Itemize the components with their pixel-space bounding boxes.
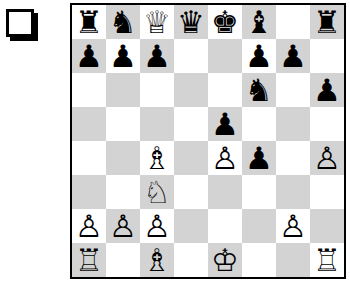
white-rook-piece: ♖ — [75, 243, 103, 277]
square-a6[interactable] — [72, 73, 106, 107]
square-a5[interactable] — [72, 107, 106, 141]
white-pawn-piece: ♙ — [211, 141, 239, 175]
square-f3[interactable] — [242, 175, 276, 209]
square-h8[interactable]: ♜ — [310, 5, 344, 39]
white-pawn-piece: ♙ — [143, 209, 171, 243]
square-g1[interactable] — [276, 243, 310, 277]
white-knight-piece: ♘ — [143, 175, 171, 209]
square-e4[interactable]: ♙ — [208, 141, 242, 175]
square-b3[interactable] — [106, 175, 140, 209]
square-b2[interactable]: ♙ — [106, 209, 140, 243]
square-f2[interactable] — [242, 209, 276, 243]
square-a3[interactable] — [72, 175, 106, 209]
square-d1[interactable] — [174, 243, 208, 277]
black-pawn-piece: ♟ — [211, 107, 239, 141]
square-e7[interactable] — [208, 39, 242, 73]
square-c6[interactable] — [140, 73, 174, 107]
square-h2[interactable] — [310, 209, 344, 243]
square-d3[interactable] — [174, 175, 208, 209]
square-b7[interactable]: ♟ — [106, 39, 140, 73]
black-pawn-piece: ♟ — [279, 39, 307, 73]
square-b8[interactable]: ♞ — [106, 5, 140, 39]
square-a7[interactable]: ♟ — [72, 39, 106, 73]
square-d2[interactable] — [174, 209, 208, 243]
square-e3[interactable] — [208, 175, 242, 209]
square-d5[interactable] — [174, 107, 208, 141]
square-f4[interactable]: ♟ — [242, 141, 276, 175]
square-d7[interactable] — [174, 39, 208, 73]
square-c2[interactable]: ♙ — [140, 209, 174, 243]
square-h6[interactable]: ♟ — [310, 73, 344, 107]
square-f7[interactable]: ♟ — [242, 39, 276, 73]
square-g5[interactable] — [276, 107, 310, 141]
square-g6[interactable] — [276, 73, 310, 107]
black-rook-piece: ♜ — [313, 5, 341, 39]
white-king-piece: ♔ — [211, 243, 239, 277]
white-pawn-piece: ♙ — [313, 141, 341, 175]
white-bishop-piece: ♗ — [143, 243, 171, 277]
white-pawn-piece: ♙ — [109, 209, 137, 243]
square-c7[interactable]: ♟ — [140, 39, 174, 73]
chess-diagram-page: ♜♞♕♛♚♝♜♟♟♟♟♟♞♟♟♗♙♟♙♘♙♙♙♙♖♗♔♖ — [0, 0, 350, 284]
square-b4[interactable] — [106, 141, 140, 175]
black-rook-piece: ♜ — [75, 5, 103, 39]
black-pawn-piece: ♟ — [75, 39, 103, 73]
white-rook-piece: ♖ — [313, 243, 341, 277]
black-pawn-piece: ♟ — [109, 39, 137, 73]
square-h5[interactable] — [310, 107, 344, 141]
square-c4[interactable]: ♗ — [140, 141, 174, 175]
square-c5[interactable] — [140, 107, 174, 141]
square-e2[interactable] — [208, 209, 242, 243]
black-bishop-piece: ♝ — [245, 5, 273, 39]
white-pawn-piece: ♙ — [75, 209, 103, 243]
square-c1[interactable]: ♗ — [140, 243, 174, 277]
square-c8[interactable]: ♕ — [140, 5, 174, 39]
black-king-piece: ♚ — [211, 5, 239, 39]
square-f5[interactable] — [242, 107, 276, 141]
square-h1[interactable]: ♖ — [310, 243, 344, 277]
square-e6[interactable] — [208, 73, 242, 107]
square-d6[interactable] — [174, 73, 208, 107]
black-queen-piece: ♛ — [177, 5, 205, 39]
square-h3[interactable] — [310, 175, 344, 209]
square-g8[interactable] — [276, 5, 310, 39]
black-pawn-piece: ♟ — [313, 73, 341, 107]
black-knight-piece: ♞ — [109, 5, 137, 39]
square-a4[interactable] — [72, 141, 106, 175]
black-pawn-piece: ♟ — [245, 39, 273, 73]
square-a8[interactable]: ♜ — [72, 5, 106, 39]
square-c3[interactable]: ♘ — [140, 175, 174, 209]
white-pawn-piece: ♙ — [279, 209, 307, 243]
square-b1[interactable] — [106, 243, 140, 277]
chess-board: ♜♞♕♛♚♝♜♟♟♟♟♟♞♟♟♗♙♟♙♘♙♙♙♙♖♗♔♖ — [70, 3, 346, 279]
black-pawn-piece: ♟ — [143, 39, 171, 73]
square-g4[interactable] — [276, 141, 310, 175]
square-g2[interactable]: ♙ — [276, 209, 310, 243]
square-a2[interactable]: ♙ — [72, 209, 106, 243]
square-f8[interactable]: ♝ — [242, 5, 276, 39]
white-queen-piece: ♕ — [143, 5, 171, 39]
square-f1[interactable] — [242, 243, 276, 277]
square-e1[interactable]: ♔ — [208, 243, 242, 277]
square-b6[interactable] — [106, 73, 140, 107]
square-h7[interactable] — [310, 39, 344, 73]
square-d8[interactable]: ♛ — [174, 5, 208, 39]
square-a1[interactable]: ♖ — [72, 243, 106, 277]
white-to-move-indicator — [6, 9, 34, 37]
square-f6[interactable]: ♞ — [242, 73, 276, 107]
black-knight-piece: ♞ — [245, 73, 273, 107]
white-bishop-piece: ♗ — [143, 141, 171, 175]
square-e8[interactable]: ♚ — [208, 5, 242, 39]
black-pawn-piece: ♟ — [245, 141, 273, 175]
square-b5[interactable] — [106, 107, 140, 141]
square-g7[interactable]: ♟ — [276, 39, 310, 73]
square-h4[interactable]: ♙ — [310, 141, 344, 175]
square-g3[interactable] — [276, 175, 310, 209]
square-e5[interactable]: ♟ — [208, 107, 242, 141]
square-d4[interactable] — [174, 141, 208, 175]
